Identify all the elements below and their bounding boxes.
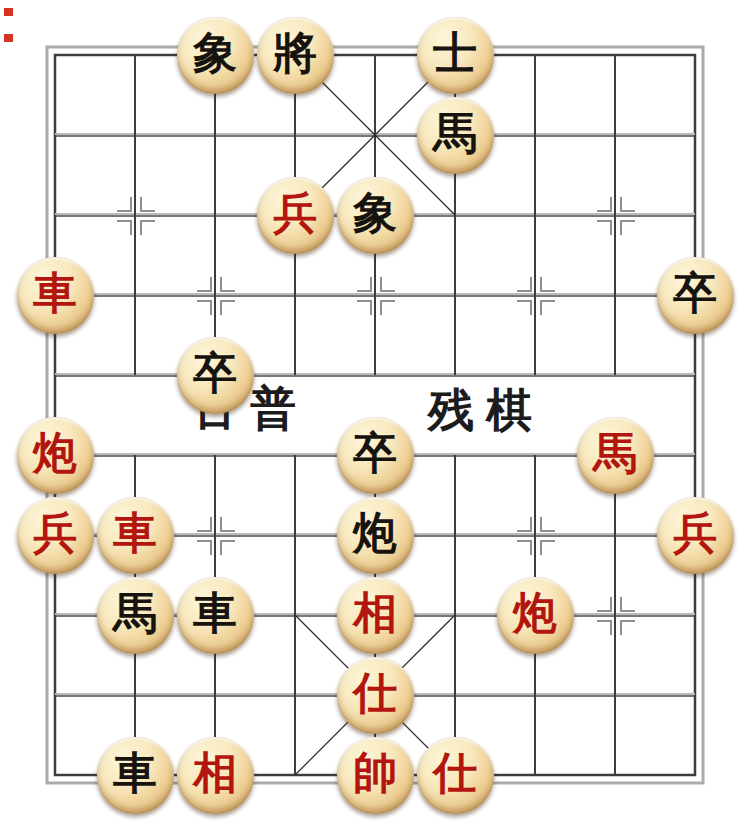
piece-black-elephant[interactable]: 象: [177, 17, 254, 94]
board-point: 兵: [655, 495, 735, 575]
board-point: 車: [95, 495, 175, 575]
piece-red-soldier[interactable]: 兵: [657, 497, 734, 574]
piece-black-horse[interactable]: 馬: [417, 97, 494, 174]
piece-glyph: 車: [193, 592, 237, 636]
piece-glyph: 炮: [513, 592, 557, 636]
board-point: 車: [175, 575, 255, 655]
piece-red-king[interactable]: 帥: [337, 737, 414, 814]
piece-red-cannon[interactable]: 炮: [497, 577, 574, 654]
board-point: 車: [15, 255, 95, 335]
board-point: 象: [335, 175, 415, 255]
piece-glyph: 仕: [433, 752, 477, 796]
board-point: 馬: [415, 95, 495, 175]
board-point: 象: [175, 15, 255, 95]
piece-glyph: 車: [33, 272, 77, 316]
piece-glyph: 卒: [673, 272, 717, 316]
board-point: 兵: [15, 495, 95, 575]
piece-black-soldier[interactable]: 卒: [177, 337, 254, 414]
piece-glyph: 卒: [193, 352, 237, 396]
piece-red-horse[interactable]: 馬: [577, 417, 654, 494]
piece-glyph: 馬: [593, 432, 637, 476]
xiangqi-board: 古普 残棋 象將士馬兵象車卒卒炮卒馬兵車炮兵馬車相炮仕車相帥仕: [0, 0, 754, 823]
piece-black-chariot[interactable]: 車: [177, 577, 254, 654]
board-point: 帥: [335, 735, 415, 815]
board-point: 相: [335, 575, 415, 655]
board-point: 炮: [335, 495, 415, 575]
piece-red-soldier[interactable]: 兵: [257, 177, 334, 254]
piece-glyph: 車: [113, 512, 157, 556]
piece-glyph: 兵: [673, 512, 717, 556]
piece-glyph: 帥: [353, 752, 397, 796]
piece-red-chariot[interactable]: 車: [17, 257, 94, 334]
board-point: 車: [95, 735, 175, 815]
board-point: 卒: [655, 255, 735, 335]
piece-black-soldier[interactable]: 卒: [337, 417, 414, 494]
piece-black-advisor[interactable]: 士: [417, 17, 494, 94]
piece-glyph: 卒: [353, 432, 397, 476]
piece-red-elephant[interactable]: 相: [177, 737, 254, 814]
board-point: 馬: [575, 415, 655, 495]
piece-red-elephant[interactable]: 相: [337, 577, 414, 654]
piece-glyph: 兵: [33, 512, 77, 556]
piece-glyph: 車: [113, 752, 157, 796]
piece-glyph: 兵: [273, 192, 317, 236]
piece-glyph: 象: [353, 192, 397, 236]
piece-black-soldier[interactable]: 卒: [657, 257, 734, 334]
board-point: 炮: [495, 575, 575, 655]
piece-black-king[interactable]: 將: [257, 17, 334, 94]
red-artifact-dot: [4, 34, 13, 42]
piece-red-advisor[interactable]: 仕: [417, 737, 494, 814]
piece-red-cannon[interactable]: 炮: [17, 417, 94, 494]
piece-red-chariot[interactable]: 車: [97, 497, 174, 574]
board-point: 兵: [255, 175, 335, 255]
piece-glyph: 馬: [433, 112, 477, 156]
board-point: 士: [415, 15, 495, 95]
piece-red-soldier[interactable]: 兵: [17, 497, 94, 574]
piece-glyph: 馬: [113, 592, 157, 636]
piece-glyph: 仕: [353, 672, 397, 716]
piece-glyph: 將: [273, 32, 317, 76]
piece-glyph: 炮: [353, 512, 397, 556]
piece-glyph: 炮: [33, 432, 77, 476]
piece-black-chariot[interactable]: 車: [97, 737, 174, 814]
board-point: 仕: [415, 735, 495, 815]
pieces-grid[interactable]: 象將士馬兵象車卒卒炮卒馬兵車炮兵馬車相炮仕車相帥仕: [15, 15, 735, 815]
piece-glyph: 相: [193, 752, 237, 796]
red-artifact-dot: [4, 8, 13, 16]
piece-black-cannon[interactable]: 炮: [337, 497, 414, 574]
piece-glyph: 象: [193, 32, 237, 76]
board-point: 馬: [95, 575, 175, 655]
piece-black-elephant[interactable]: 象: [337, 177, 414, 254]
board-point: 仕: [335, 655, 415, 735]
piece-glyph: 士: [433, 32, 477, 76]
board-point: 相: [175, 735, 255, 815]
piece-red-advisor[interactable]: 仕: [337, 657, 414, 734]
board-point: 炮: [15, 415, 95, 495]
board-point: 卒: [175, 335, 255, 415]
piece-black-horse[interactable]: 馬: [97, 577, 174, 654]
piece-glyph: 相: [353, 592, 397, 636]
board-point: 卒: [335, 415, 415, 495]
board-point: 將: [255, 15, 335, 95]
